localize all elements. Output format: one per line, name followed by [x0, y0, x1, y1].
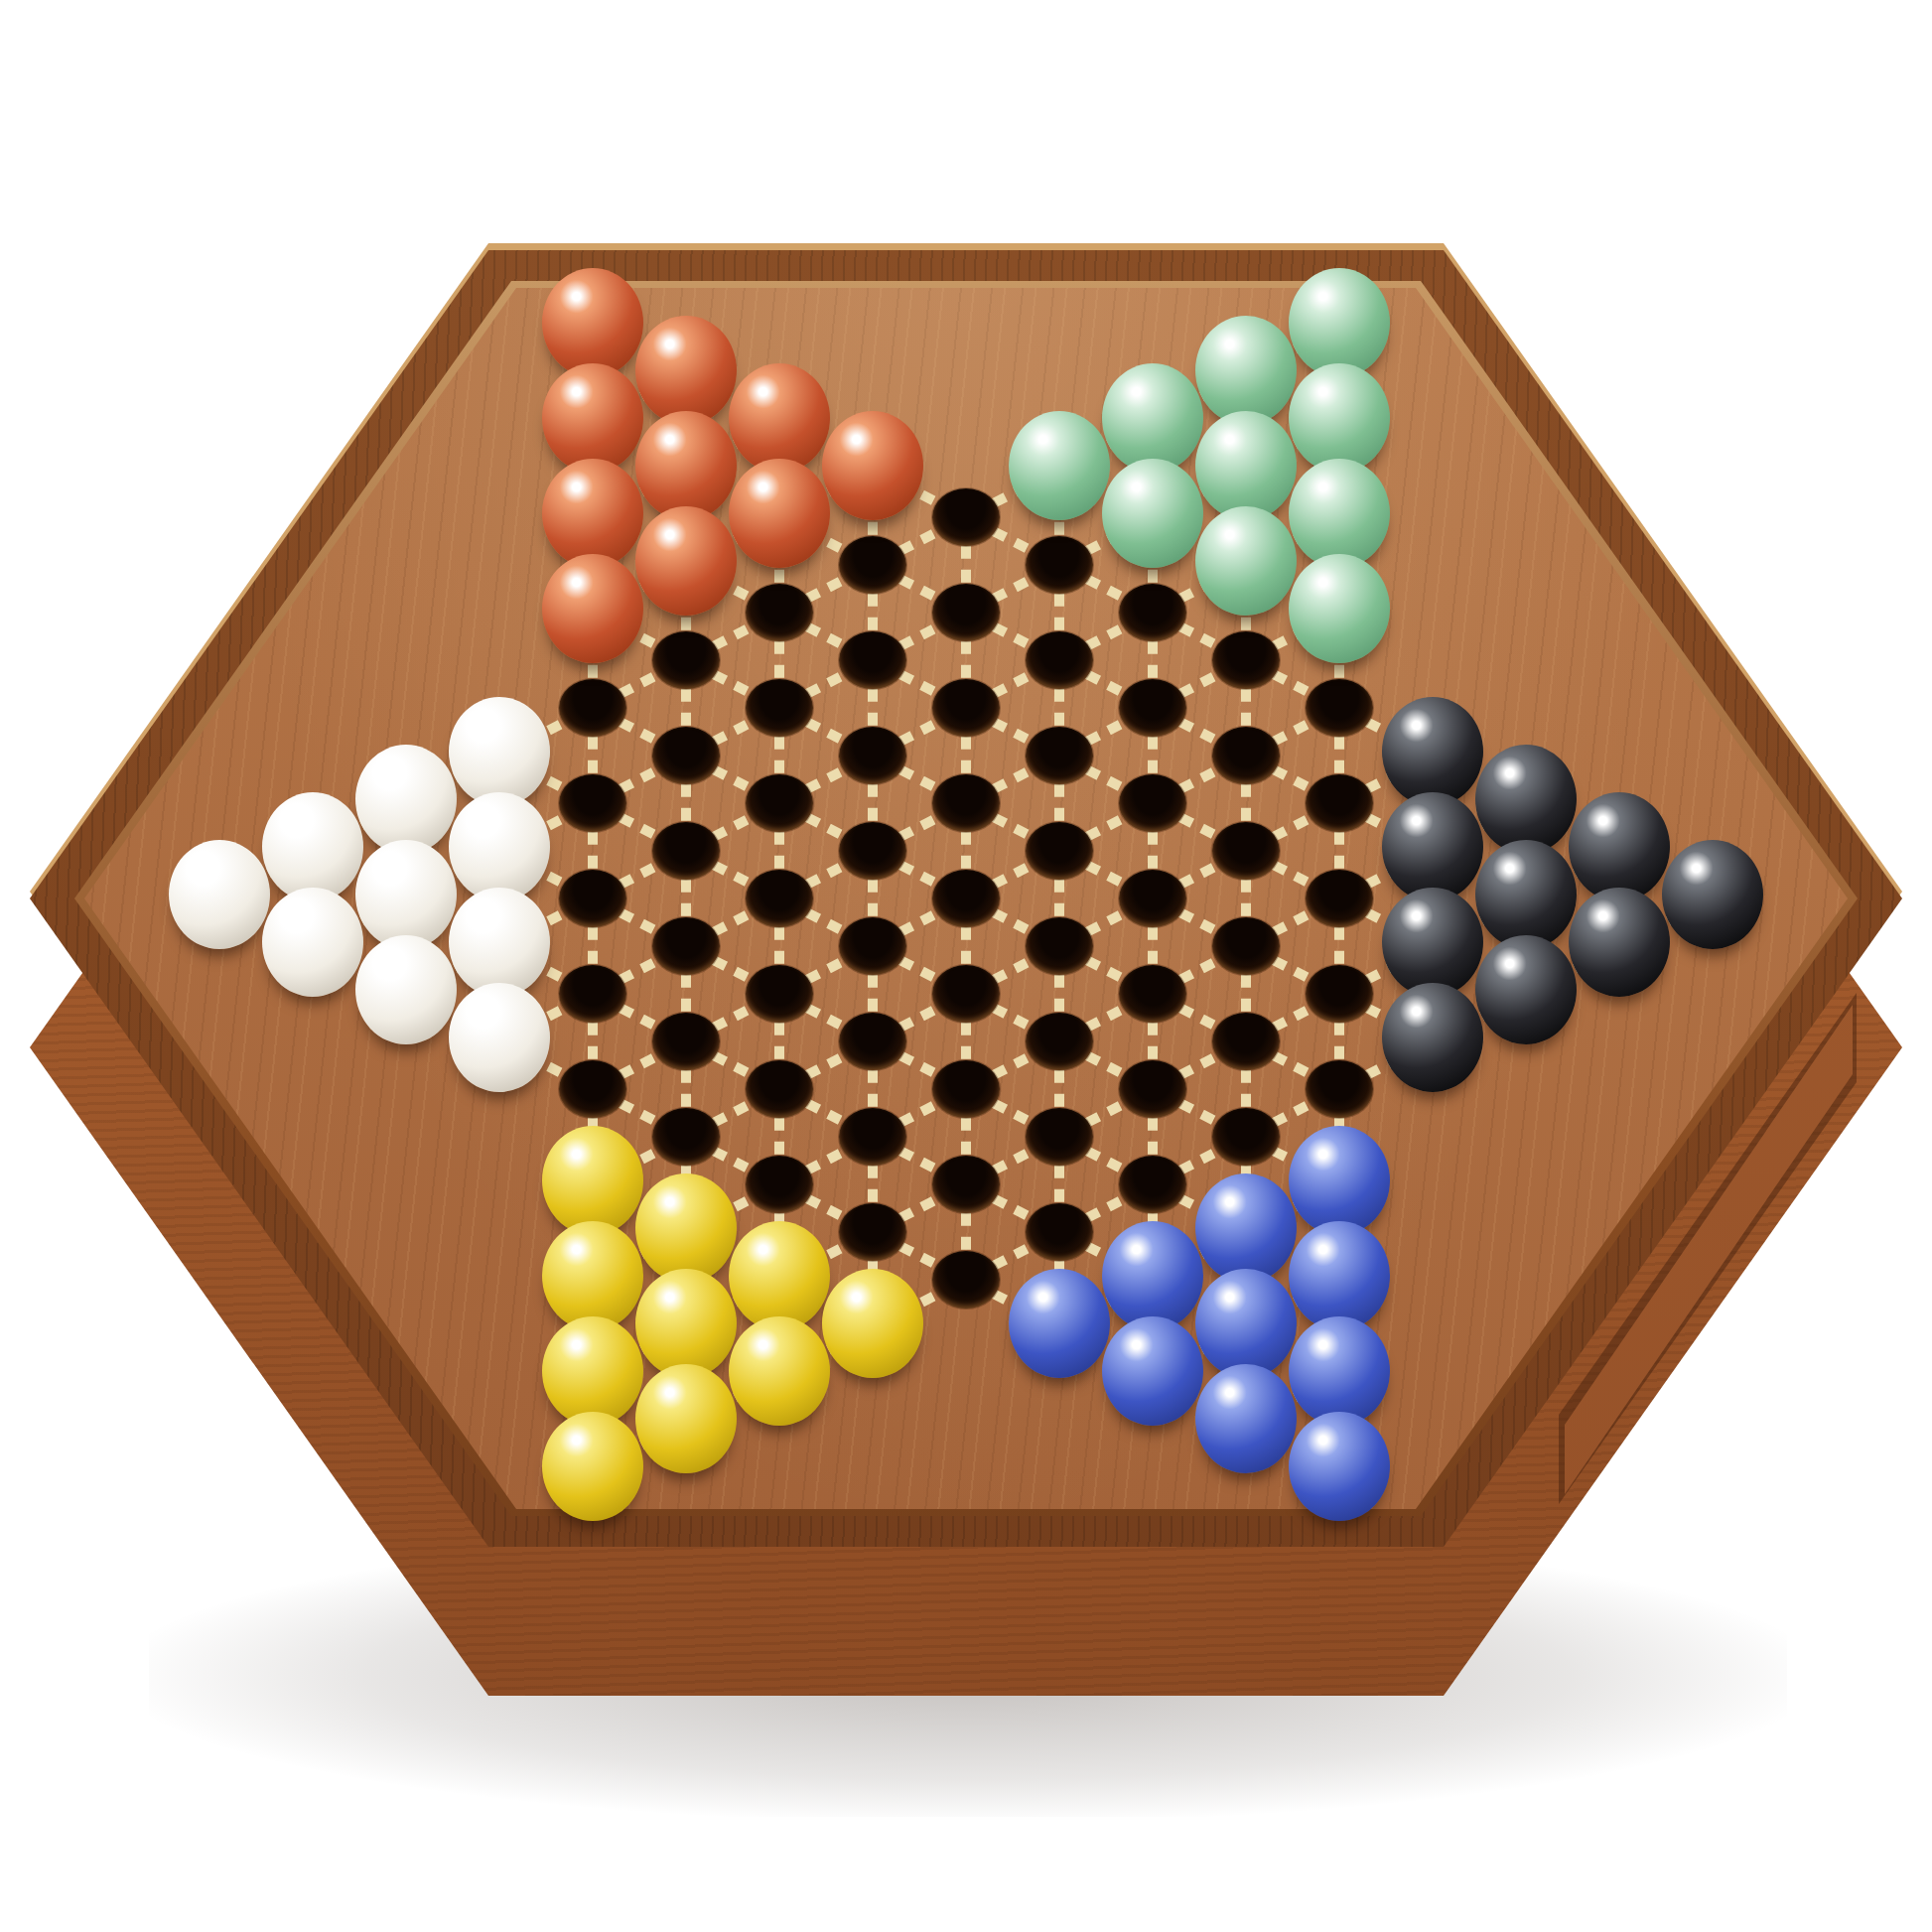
hole-5-5[interactable]: [652, 822, 720, 880]
hole-6-3[interactable]: [746, 679, 813, 737]
hole-9-7[interactable]: [1026, 1108, 1093, 1166]
marble-yellow[interactable]: [729, 1316, 830, 1426]
hole-8-0[interactable]: [932, 488, 1000, 546]
hole-6-2[interactable]: [746, 584, 813, 641]
marble-yellow[interactable]: [729, 1221, 830, 1330]
hole-12-8[interactable]: [1306, 1060, 1373, 1118]
marble-green[interactable]: [1102, 363, 1203, 473]
hole-11-3[interactable]: [1212, 631, 1280, 689]
hole-7-6[interactable]: [839, 1013, 906, 1070]
hole-7-2[interactable]: [839, 631, 906, 689]
hole-11-4[interactable]: [1212, 727, 1280, 784]
marble-yellow[interactable]: [635, 1269, 737, 1378]
marble-white[interactable]: [449, 888, 550, 997]
marble-red[interactable]: [635, 506, 737, 616]
hole-9-4[interactable]: [1026, 822, 1093, 880]
hole-9-2[interactable]: [1026, 631, 1093, 689]
hole-5-3[interactable]: [652, 631, 720, 689]
marble-red[interactable]: [822, 411, 923, 520]
marble-white[interactable]: [449, 697, 550, 806]
marble-black[interactable]: [1382, 888, 1483, 997]
hole-9-6[interactable]: [1026, 1013, 1093, 1070]
hole-11-5[interactable]: [1212, 822, 1280, 880]
hole-6-4[interactable]: [746, 774, 813, 832]
marble-yellow[interactable]: [822, 1269, 923, 1378]
marble-red[interactable]: [542, 459, 643, 568]
board-grid: [173, 279, 1759, 1518]
marble-white[interactable]: [355, 840, 457, 949]
marble-blue[interactable]: [1195, 1269, 1297, 1378]
hole-8-1[interactable]: [932, 584, 1000, 641]
marble-red[interactable]: [542, 268, 643, 377]
marble-white[interactable]: [355, 935, 457, 1044]
marble-green[interactable]: [1102, 459, 1203, 568]
marble-black[interactable]: [1475, 745, 1577, 854]
hole-8-4[interactable]: [932, 870, 1000, 927]
marble-black[interactable]: [1382, 697, 1483, 806]
hole-6-6[interactable]: [746, 965, 813, 1023]
marble-white[interactable]: [355, 745, 457, 854]
marble-blue[interactable]: [1289, 1412, 1390, 1521]
marble-black[interactable]: [1569, 792, 1670, 901]
hole-10-6[interactable]: [1119, 965, 1186, 1023]
hole-7-3[interactable]: [839, 727, 906, 784]
hole-5-6[interactable]: [652, 917, 720, 975]
hole-10-8[interactable]: [1119, 1156, 1186, 1213]
marble-red[interactable]: [635, 411, 737, 520]
hole-4-6[interactable]: [559, 870, 626, 927]
hole-9-8[interactable]: [1026, 1203, 1093, 1261]
hole-5-7[interactable]: [652, 1013, 720, 1070]
hole-10-3[interactable]: [1119, 679, 1186, 737]
hole-10-5[interactable]: [1119, 870, 1186, 927]
marble-yellow[interactable]: [542, 1412, 643, 1521]
hole-9-5[interactable]: [1026, 917, 1093, 975]
marble-blue[interactable]: [1195, 1173, 1297, 1283]
marble-black[interactable]: [1475, 840, 1577, 949]
marble-green[interactable]: [1289, 554, 1390, 663]
hole-5-4[interactable]: [652, 727, 720, 784]
marble-blue[interactable]: [1289, 1316, 1390, 1426]
marble-black[interactable]: [1569, 888, 1670, 997]
marble-white[interactable]: [169, 840, 270, 949]
hole-8-6[interactable]: [932, 1060, 1000, 1118]
hole-7-7[interactable]: [839, 1108, 906, 1166]
marble-white[interactable]: [262, 792, 363, 901]
marble-yellow[interactable]: [542, 1316, 643, 1426]
hole-11-6[interactable]: [1212, 917, 1280, 975]
hole-4-5[interactable]: [559, 774, 626, 832]
hole-10-2[interactable]: [1119, 584, 1186, 641]
marble-blue[interactable]: [1102, 1221, 1203, 1330]
marble-green[interactable]: [1195, 411, 1297, 520]
hole-4-7[interactable]: [559, 965, 626, 1023]
hole-9-3[interactable]: [1026, 727, 1093, 784]
marble-green[interactable]: [1289, 363, 1390, 473]
marble-blue[interactable]: [1102, 1316, 1203, 1426]
chinese-checkers-board-photo: [0, 0, 1932, 1932]
marble-green[interactable]: [1289, 459, 1390, 568]
hole-5-8[interactable]: [652, 1108, 720, 1166]
hole-7-5[interactable]: [839, 917, 906, 975]
hole-12-6[interactable]: [1306, 870, 1373, 927]
hole-11-8[interactable]: [1212, 1108, 1280, 1166]
marble-blue[interactable]: [1289, 1221, 1390, 1330]
hole-10-7[interactable]: [1119, 1060, 1186, 1118]
hole-11-7[interactable]: [1212, 1013, 1280, 1070]
hole-6-7[interactable]: [746, 1060, 813, 1118]
hole-4-4[interactable]: [559, 679, 626, 737]
marble-white[interactable]: [262, 888, 363, 997]
hole-8-7[interactable]: [932, 1156, 1000, 1213]
marble-blue[interactable]: [1195, 1364, 1297, 1473]
marble-green[interactable]: [1195, 506, 1297, 616]
hole-4-8[interactable]: [559, 1060, 626, 1118]
marble-red[interactable]: [542, 363, 643, 473]
hole-8-8[interactable]: [932, 1251, 1000, 1309]
hole-7-8[interactable]: [839, 1203, 906, 1261]
marble-black[interactable]: [1475, 935, 1577, 1044]
hole-10-4[interactable]: [1119, 774, 1186, 832]
marble-red[interactable]: [729, 459, 830, 568]
marble-yellow[interactable]: [635, 1364, 737, 1473]
marble-green[interactable]: [1289, 268, 1390, 377]
marble-red[interactable]: [635, 316, 737, 425]
marble-blue[interactable]: [1009, 1269, 1110, 1378]
marble-black[interactable]: [1382, 792, 1483, 901]
hole-8-3[interactable]: [932, 774, 1000, 832]
hole-12-7[interactable]: [1306, 965, 1373, 1023]
hole-9-1[interactable]: [1026, 536, 1093, 594]
hole-7-1[interactable]: [839, 536, 906, 594]
marble-red[interactable]: [729, 363, 830, 473]
marble-white[interactable]: [449, 792, 550, 901]
hole-12-4[interactable]: [1306, 679, 1373, 737]
marble-green[interactable]: [1195, 316, 1297, 425]
hole-7-4[interactable]: [839, 822, 906, 880]
marble-white[interactable]: [449, 983, 550, 1092]
hole-6-5[interactable]: [746, 870, 813, 927]
marble-red[interactable]: [542, 554, 643, 663]
marble-yellow[interactable]: [542, 1126, 643, 1235]
hole-8-2[interactable]: [932, 679, 1000, 737]
marble-green[interactable]: [1009, 411, 1110, 520]
marble-yellow[interactable]: [635, 1173, 737, 1283]
marble-black[interactable]: [1662, 840, 1763, 949]
marble-yellow[interactable]: [542, 1221, 643, 1330]
hole-12-5[interactable]: [1306, 774, 1373, 832]
star-lattice: [173, 279, 1759, 1518]
marble-blue[interactable]: [1289, 1126, 1390, 1235]
marble-black[interactable]: [1382, 983, 1483, 1092]
hole-6-8[interactable]: [746, 1156, 813, 1213]
hole-8-5[interactable]: [932, 965, 1000, 1023]
